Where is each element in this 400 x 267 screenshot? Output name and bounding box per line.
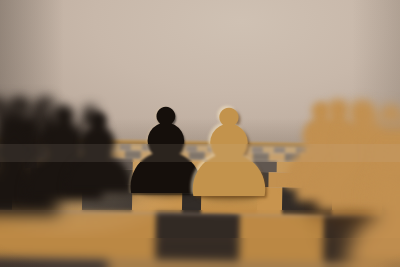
chessboard-photo: ♜ ♞ ♝ ♟ ♟ ♟ ♟ ♟ ♟ ♟ ♟ ♜ ♟: [0, 0, 400, 267]
vignette-overlay: [0, 0, 400, 267]
